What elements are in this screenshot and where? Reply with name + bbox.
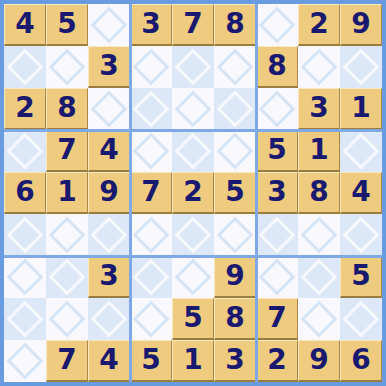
cell-r6c2[interactable] — [46, 214, 88, 256]
diamond-outline-icon — [133, 91, 170, 128]
diamond-outline-icon — [259, 91, 296, 128]
given-digit: 5 — [183, 304, 202, 332]
cell-r8c1[interactable] — [4, 298, 46, 340]
given-digit: 8 — [225, 10, 244, 38]
cell-r4c2: 7 — [46, 130, 88, 172]
diamond-outline-icon — [343, 301, 380, 338]
given-digit: 4 — [15, 10, 34, 38]
given-digit: 3 — [141, 10, 160, 38]
diamond-outline-icon — [133, 217, 170, 254]
given-digit: 1 — [351, 94, 370, 122]
diamond-outline-icon — [7, 217, 44, 254]
cell-r8c5: 5 — [172, 298, 214, 340]
diamond-outline-icon — [175, 217, 212, 254]
diamond-outline-icon — [7, 343, 44, 380]
diamond-outline-icon — [7, 133, 44, 170]
given-digit: 3 — [99, 262, 118, 290]
diamond-outline-icon — [7, 301, 44, 338]
given-digit: 5 — [57, 10, 76, 38]
cell-r4c1[interactable] — [4, 130, 46, 172]
diamond-outline-icon — [217, 49, 254, 86]
sudoku-grid: 4537829382831745161972538439558774513296 — [4, 4, 382, 382]
diamond-outline-icon — [91, 7, 128, 44]
diamond-outline-icon — [7, 49, 44, 86]
diamond-outline-icon — [175, 49, 212, 86]
diamond-outline-icon — [259, 259, 296, 296]
cell-r8c4[interactable] — [130, 298, 172, 340]
cell-r9c3: 4 — [88, 340, 130, 382]
cell-r7c4[interactable] — [130, 256, 172, 298]
cell-r2c7: 8 — [256, 46, 298, 88]
cell-r8c3[interactable] — [88, 298, 130, 340]
cell-r7c2[interactable] — [46, 256, 88, 298]
cell-r3c1: 2 — [4, 88, 46, 130]
given-digit: 5 — [351, 262, 370, 290]
given-digit: 7 — [57, 346, 76, 374]
cell-r3c8: 3 — [298, 88, 340, 130]
diamond-outline-icon — [175, 133, 212, 170]
cell-r6c1[interactable] — [4, 214, 46, 256]
given-digit: 6 — [351, 346, 370, 374]
given-digit: 4 — [351, 178, 370, 206]
cell-r2c8[interactable] — [298, 46, 340, 88]
cell-r9c6: 3 — [214, 340, 256, 382]
diamond-outline-icon — [175, 259, 212, 296]
cell-r4c5[interactable] — [172, 130, 214, 172]
cell-r1c8: 2 — [298, 4, 340, 46]
cell-r7c8[interactable] — [298, 256, 340, 298]
given-digit: 8 — [267, 52, 286, 80]
cell-r2c2[interactable] — [46, 46, 88, 88]
cell-r7c3: 3 — [88, 256, 130, 298]
diamond-outline-icon — [217, 217, 254, 254]
cell-r3c4[interactable] — [130, 88, 172, 130]
cell-r7c6: 9 — [214, 256, 256, 298]
given-digit: 4 — [99, 136, 118, 164]
given-digit: 2 — [15, 94, 34, 122]
diamond-outline-icon — [49, 301, 86, 338]
cell-r4c3: 4 — [88, 130, 130, 172]
given-digit: 2 — [267, 346, 286, 374]
cell-r9c5: 1 — [172, 340, 214, 382]
given-digit: 9 — [225, 262, 244, 290]
cell-r5c6: 5 — [214, 172, 256, 214]
cell-r5c1: 6 — [4, 172, 46, 214]
cell-r2c3: 3 — [88, 46, 130, 88]
cell-r6c5[interactable] — [172, 214, 214, 256]
given-digit: 3 — [225, 346, 244, 374]
cell-r3c9: 1 — [340, 88, 382, 130]
cell-r3c5[interactable] — [172, 88, 214, 130]
diamond-outline-icon — [49, 259, 86, 296]
cell-r8c8[interactable] — [298, 298, 340, 340]
diamond-outline-icon — [259, 7, 296, 44]
given-digit: 5 — [141, 346, 160, 374]
cell-r1c1: 4 — [4, 4, 46, 46]
diamond-outline-icon — [91, 301, 128, 338]
given-digit: 2 — [309, 10, 328, 38]
given-digit: 7 — [141, 178, 160, 206]
cell-r5c2: 1 — [46, 172, 88, 214]
diamond-outline-icon — [91, 91, 128, 128]
diamond-outline-icon — [7, 259, 44, 296]
cell-r9c8: 9 — [298, 340, 340, 382]
cell-r6c6[interactable] — [214, 214, 256, 256]
cell-r2c1[interactable] — [4, 46, 46, 88]
cell-r6c3[interactable] — [88, 214, 130, 256]
given-digit: 8 — [309, 178, 328, 206]
diamond-outline-icon — [217, 133, 254, 170]
cell-r2c9[interactable] — [340, 46, 382, 88]
given-digit: 7 — [183, 10, 202, 38]
cell-r1c5: 7 — [172, 4, 214, 46]
given-digit: 6 — [15, 178, 34, 206]
cell-r1c2: 5 — [46, 4, 88, 46]
cell-r9c1[interactable] — [4, 340, 46, 382]
given-digit: 7 — [57, 136, 76, 164]
given-digit: 5 — [267, 136, 286, 164]
diamond-outline-icon — [175, 91, 212, 128]
cell-r7c9: 5 — [340, 256, 382, 298]
cell-r8c6: 8 — [214, 298, 256, 340]
cell-r7c7[interactable] — [256, 256, 298, 298]
diamond-outline-icon — [301, 301, 338, 338]
given-digit: 2 — [183, 178, 202, 206]
diamond-outline-icon — [301, 259, 338, 296]
diamond-outline-icon — [259, 217, 296, 254]
given-digit: 7 — [267, 304, 286, 332]
given-digit: 1 — [183, 346, 202, 374]
diamond-outline-icon — [343, 133, 380, 170]
cell-r3c3[interactable] — [88, 88, 130, 130]
cell-r8c7: 7 — [256, 298, 298, 340]
cell-r5c7: 3 — [256, 172, 298, 214]
given-digit: 1 — [309, 136, 328, 164]
given-digit: 4 — [99, 346, 118, 374]
cell-r1c6: 8 — [214, 4, 256, 46]
cell-r4c8: 1 — [298, 130, 340, 172]
cell-r4c4[interactable] — [130, 130, 172, 172]
cell-r5c4: 7 — [130, 172, 172, 214]
cell-r3c7[interactable] — [256, 88, 298, 130]
cell-r5c3: 9 — [88, 172, 130, 214]
cell-r6c9[interactable] — [340, 214, 382, 256]
diamond-outline-icon — [91, 217, 128, 254]
cell-r7c5[interactable] — [172, 256, 214, 298]
cell-r4c6[interactable] — [214, 130, 256, 172]
cell-r9c2: 7 — [46, 340, 88, 382]
diamond-outline-icon — [133, 133, 170, 170]
given-digit: 8 — [225, 304, 244, 332]
cell-r6c8[interactable] — [298, 214, 340, 256]
cell-r4c7: 5 — [256, 130, 298, 172]
given-digit: 3 — [99, 52, 118, 80]
diamond-outline-icon — [133, 301, 170, 338]
cell-r2c5[interactable] — [172, 46, 214, 88]
diamond-outline-icon — [343, 217, 380, 254]
cell-r3c6[interactable] — [214, 88, 256, 130]
cell-r9c9: 6 — [340, 340, 382, 382]
cell-r9c4: 5 — [130, 340, 172, 382]
cell-r9c7: 2 — [256, 340, 298, 382]
cell-r5c8: 8 — [298, 172, 340, 214]
diamond-outline-icon — [301, 49, 338, 86]
diamond-outline-icon — [133, 259, 170, 296]
given-digit: 9 — [99, 178, 118, 206]
cell-r1c3[interactable] — [88, 4, 130, 46]
cell-r2c4[interactable] — [130, 46, 172, 88]
cell-r8c9[interactable] — [340, 298, 382, 340]
cell-r1c9: 9 — [340, 4, 382, 46]
given-digit: 9 — [309, 346, 328, 374]
cell-r1c7[interactable] — [256, 4, 298, 46]
diamond-outline-icon — [49, 49, 86, 86]
diamond-outline-icon — [343, 49, 380, 86]
cell-r2c6[interactable] — [214, 46, 256, 88]
given-digit: 1 — [57, 178, 76, 206]
cell-r5c9: 4 — [340, 172, 382, 214]
cell-r3c2: 8 — [46, 88, 88, 130]
diamond-outline-icon — [133, 49, 170, 86]
cell-r6c4[interactable] — [130, 214, 172, 256]
cell-r5c5: 2 — [172, 172, 214, 214]
diamond-outline-icon — [49, 217, 86, 254]
given-digit: 3 — [267, 178, 286, 206]
cell-r4c9[interactable] — [340, 130, 382, 172]
given-digit: 8 — [57, 94, 76, 122]
given-digit: 5 — [225, 178, 244, 206]
cell-r8c2[interactable] — [46, 298, 88, 340]
given-digit: 9 — [351, 10, 370, 38]
cell-r1c4: 3 — [130, 4, 172, 46]
given-digit: 3 — [309, 94, 328, 122]
cell-r6c7[interactable] — [256, 214, 298, 256]
cell-r7c1[interactable] — [4, 256, 46, 298]
diamond-outline-icon — [301, 217, 338, 254]
diamond-outline-icon — [217, 91, 254, 128]
sudoku-board: 4537829382831745161972538439558774513296 — [0, 0, 386, 386]
